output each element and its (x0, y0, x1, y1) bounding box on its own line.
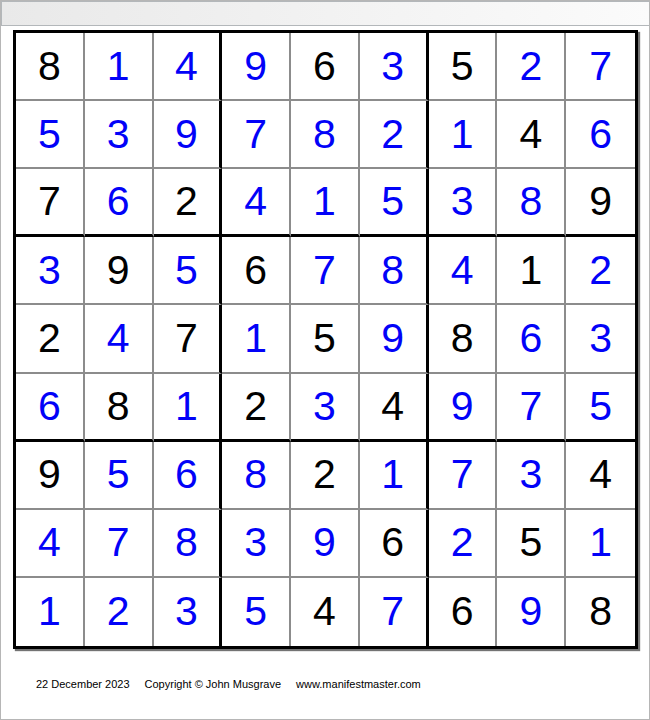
sudoku-cell-r3c4: 4 (222, 169, 291, 237)
solved-digit: 9 (175, 114, 198, 155)
solved-digit: 2 (451, 522, 474, 563)
given-digit: 5 (519, 522, 542, 563)
solved-digit: 3 (175, 591, 198, 632)
sudoku-cell-r7c5: 2 (291, 442, 360, 510)
sudoku-cell-r2c5: 8 (291, 101, 360, 169)
sudoku-cell-r4c8: 1 (497, 237, 566, 305)
sudoku-cell-r6c3: 1 (154, 374, 223, 442)
given-digit: 5 (451, 46, 474, 87)
solved-digit: 1 (244, 318, 267, 359)
sudoku-cell-r8c6: 6 (360, 510, 429, 578)
solved-digit: 3 (381, 46, 404, 87)
given-digit: 2 (244, 386, 267, 427)
solved-digit: 5 (381, 181, 404, 222)
sudoku-cell-r2c6: 2 (360, 101, 429, 169)
solved-digit: 7 (589, 46, 612, 87)
sudoku-cell-r8c4: 3 (222, 510, 291, 578)
solved-digit: 1 (313, 181, 336, 222)
given-digit: 9 (589, 181, 612, 222)
sudoku-cell-r8c3: 8 (154, 510, 223, 578)
sudoku-cell-r1c6: 3 (360, 33, 429, 101)
sudoku-cell-r1c5: 6 (291, 33, 360, 101)
given-digit: 2 (38, 318, 61, 359)
footer: 22 December 2023 Copyright © John Musgra… (36, 678, 421, 690)
given-digit: 6 (244, 250, 267, 291)
solved-digit: 5 (244, 591, 267, 632)
given-digit: 4 (589, 454, 612, 495)
solved-digit: 7 (313, 250, 336, 291)
sudoku-cell-r5c5: 5 (291, 305, 360, 373)
solved-digit: 9 (381, 318, 404, 359)
solved-digit: 3 (244, 522, 267, 563)
sudoku-cell-r1c9: 7 (566, 33, 635, 101)
solved-digit: 3 (589, 318, 612, 359)
solved-digit: 5 (175, 250, 198, 291)
sudoku-cell-r6c8: 7 (497, 374, 566, 442)
given-digit: 6 (313, 46, 336, 87)
sudoku-cell-r1c8: 2 (497, 33, 566, 101)
sudoku-cell-r8c2: 7 (85, 510, 154, 578)
solved-digit: 7 (519, 386, 542, 427)
given-digit: 2 (175, 181, 198, 222)
solved-digit: 8 (244, 454, 267, 495)
given-digit: 4 (381, 386, 404, 427)
solved-digit: 1 (175, 386, 198, 427)
given-digit: 4 (519, 114, 542, 155)
sudoku-board: 8149635275397821467624153893956784122471… (13, 30, 638, 649)
solved-digit: 1 (381, 454, 404, 495)
sudoku-cell-r2c1: 5 (16, 101, 85, 169)
sudoku-cell-r4c9: 2 (566, 237, 635, 305)
solved-digit: 9 (451, 386, 474, 427)
sudoku-cell-r5c9: 3 (566, 305, 635, 373)
sudoku-cell-r3c1: 7 (16, 169, 85, 237)
solved-digit: 3 (107, 114, 130, 155)
sudoku-cell-r8c5: 9 (291, 510, 360, 578)
sudoku-cell-r5c3: 7 (154, 305, 223, 373)
sudoku-cell-r9c8: 9 (497, 578, 566, 646)
sudoku-cell-r3c3: 2 (154, 169, 223, 237)
solved-digit: 8 (175, 522, 198, 563)
sudoku-cell-r3c6: 5 (360, 169, 429, 237)
sudoku-cell-r4c5: 7 (291, 237, 360, 305)
solved-digit: 2 (381, 114, 404, 155)
solved-digit: 6 (107, 181, 130, 222)
sudoku-cell-r2c4: 7 (222, 101, 291, 169)
solved-digit: 1 (589, 522, 612, 563)
given-digit: 7 (38, 181, 61, 222)
solved-digit: 7 (381, 591, 404, 632)
sudoku-cell-r7c4: 8 (222, 442, 291, 510)
sudoku-cell-r1c7: 5 (429, 33, 498, 101)
sudoku-cell-r3c7: 3 (429, 169, 498, 237)
solved-digit: 8 (381, 250, 404, 291)
given-digit: 8 (107, 386, 130, 427)
sudoku-cell-r1c2: 1 (85, 33, 154, 101)
sudoku-cell-r5c4: 1 (222, 305, 291, 373)
solved-digit: 3 (38, 250, 61, 291)
footer-date: 22 December 2023 (36, 678, 130, 690)
given-digit: 4 (313, 591, 336, 632)
solved-digit: 7 (451, 454, 474, 495)
sudoku-cell-r7c1: 9 (16, 442, 85, 510)
sudoku-cell-r2c9: 6 (566, 101, 635, 169)
sudoku-cell-r6c4: 2 (222, 374, 291, 442)
solved-digit: 5 (589, 386, 612, 427)
solved-digit: 1 (107, 46, 130, 87)
sudoku-cell-r2c7: 1 (429, 101, 498, 169)
solved-digit: 9 (519, 591, 542, 632)
solved-digit: 5 (107, 454, 130, 495)
solved-digit: 6 (589, 114, 612, 155)
sudoku-cell-r4c4: 6 (222, 237, 291, 305)
sudoku-cell-r5c7: 8 (429, 305, 498, 373)
sudoku-cell-r5c2: 4 (85, 305, 154, 373)
footer-copyright: Copyright © John Musgrave (145, 678, 282, 690)
solved-digit: 4 (175, 46, 198, 87)
sudoku-cell-r9c3: 3 (154, 578, 223, 646)
solved-digit: 2 (589, 250, 612, 291)
given-digit: 6 (451, 591, 474, 632)
sudoku-cell-r4c6: 8 (360, 237, 429, 305)
sudoku-cell-r3c2: 6 (85, 169, 154, 237)
solved-digit: 1 (38, 591, 61, 632)
solved-digit: 3 (313, 386, 336, 427)
sudoku-cell-r9c5: 4 (291, 578, 360, 646)
sudoku-cell-r2c2: 3 (85, 101, 154, 169)
sudoku-cell-r6c9: 5 (566, 374, 635, 442)
given-digit: 7 (175, 318, 198, 359)
sudoku-cell-r5c1: 2 (16, 305, 85, 373)
sudoku-cell-r6c2: 8 (85, 374, 154, 442)
sudoku-cell-r3c9: 9 (566, 169, 635, 237)
sudoku-cell-r9c9: 8 (566, 578, 635, 646)
solved-digit: 6 (38, 386, 61, 427)
sudoku-cell-r6c6: 4 (360, 374, 429, 442)
sudoku-cell-r7c8: 3 (497, 442, 566, 510)
sudoku-cell-r8c1: 4 (16, 510, 85, 578)
solved-digit: 2 (107, 591, 130, 632)
solved-digit: 3 (451, 181, 474, 222)
sudoku-cell-r6c7: 9 (429, 374, 498, 442)
sudoku-cell-r8c8: 5 (497, 510, 566, 578)
sudoku-cell-r8c7: 2 (429, 510, 498, 578)
solved-digit: 7 (244, 114, 267, 155)
given-digit: 6 (381, 522, 404, 563)
sudoku-cell-r4c7: 4 (429, 237, 498, 305)
solved-digit: 3 (519, 454, 542, 495)
sudoku-cell-r6c1: 6 (16, 374, 85, 442)
solved-digit: 4 (107, 318, 130, 359)
sudoku-cell-r4c2: 9 (85, 237, 154, 305)
given-digit: 8 (451, 318, 474, 359)
given-digit: 8 (38, 46, 61, 87)
sudoku-cell-r7c2: 5 (85, 442, 154, 510)
sudoku-cell-r9c6: 7 (360, 578, 429, 646)
window-top-bar (1, 1, 650, 26)
sudoku-cell-r5c8: 6 (497, 305, 566, 373)
given-digit: 8 (589, 591, 612, 632)
sudoku-cell-r1c4: 9 (222, 33, 291, 101)
solved-digit: 2 (519, 46, 542, 87)
solved-digit: 9 (313, 522, 336, 563)
solved-digit: 4 (451, 250, 474, 291)
given-digit: 1 (519, 250, 542, 291)
sudoku-cell-r9c4: 5 (222, 578, 291, 646)
footer-website: www.manifestmaster.com (296, 678, 421, 690)
solved-digit: 7 (107, 522, 130, 563)
sudoku-cell-r4c3: 5 (154, 237, 223, 305)
sudoku-cell-r9c2: 2 (85, 578, 154, 646)
solved-digit: 6 (519, 318, 542, 359)
solved-digit: 8 (519, 181, 542, 222)
given-digit: 2 (313, 454, 336, 495)
sudoku-cell-r2c3: 9 (154, 101, 223, 169)
solved-digit: 4 (38, 522, 61, 563)
sudoku-cell-r4c1: 3 (16, 237, 85, 305)
given-digit: 9 (107, 250, 130, 291)
sudoku-cell-r8c9: 1 (566, 510, 635, 578)
solved-digit: 1 (451, 114, 474, 155)
sudoku-cell-r3c8: 8 (497, 169, 566, 237)
solved-digit: 5 (38, 114, 61, 155)
solved-digit: 8 (313, 114, 336, 155)
solved-digit: 9 (244, 46, 267, 87)
sudoku-cell-r7c3: 6 (154, 442, 223, 510)
sudoku-cell-r7c6: 1 (360, 442, 429, 510)
sudoku-cell-r7c7: 7 (429, 442, 498, 510)
sudoku-cell-r1c1: 8 (16, 33, 85, 101)
sudoku-cell-r6c5: 3 (291, 374, 360, 442)
sudoku-cell-r2c8: 4 (497, 101, 566, 169)
solved-digit: 6 (175, 454, 198, 495)
given-digit: 5 (313, 318, 336, 359)
solved-digit: 4 (244, 181, 267, 222)
sudoku-cell-r9c7: 6 (429, 578, 498, 646)
sudoku-cell-r5c6: 9 (360, 305, 429, 373)
sudoku-cell-r3c5: 1 (291, 169, 360, 237)
sudoku-cell-r9c1: 1 (16, 578, 85, 646)
sudoku-cell-r7c9: 4 (566, 442, 635, 510)
given-digit: 9 (38, 454, 61, 495)
sudoku-cell-r1c3: 4 (154, 33, 223, 101)
